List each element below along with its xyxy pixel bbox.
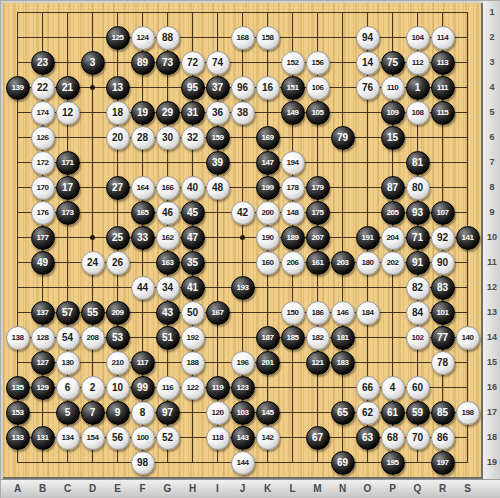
stone-Q16-move-60: 60 <box>406 376 430 400</box>
column-label-Q: Q <box>408 483 428 494</box>
stone-A4-move-139: 139 <box>6 76 30 100</box>
row-coordinate-strip: 12345678910111213141516171819 <box>483 1 500 479</box>
stone-S17-move-198: 198 <box>456 401 480 425</box>
row-label-14: 14 <box>483 332 500 342</box>
stone-K14-move-187: 187 <box>256 326 280 350</box>
stone-O17-move-62: 62 <box>356 401 380 425</box>
stone-J4-move-96: 96 <box>231 76 255 100</box>
stone-H6-move-32: 32 <box>181 126 205 150</box>
stone-I13-move-167: 167 <box>206 301 230 325</box>
stone-L10-move-189: 189 <box>281 226 305 250</box>
stone-N14-move-181: 181 <box>331 326 355 350</box>
stone-O18-move-63: 63 <box>356 426 380 450</box>
stone-grid: 1234567891012131415161718192021222324252… <box>5 0 480 475</box>
column-label-K: K <box>258 483 278 494</box>
stone-C8-move-17: 17 <box>56 176 80 200</box>
stone-H5-move-31: 31 <box>181 101 205 125</box>
stone-O4-move-76: 76 <box>356 76 380 100</box>
stone-D3-move-3: 3 <box>81 51 105 75</box>
stone-R17-move-85: 85 <box>431 401 455 425</box>
stone-F9-move-165: 165 <box>131 201 155 225</box>
stone-H9-move-45: 45 <box>181 201 205 225</box>
stone-D13-move-55: 55 <box>81 301 105 325</box>
stone-P8-move-87: 87 <box>381 176 405 200</box>
stone-D16-move-2: 2 <box>81 376 105 400</box>
stone-I16-move-119: 119 <box>206 376 230 400</box>
stone-G12-move-34: 34 <box>156 276 180 300</box>
stone-O3-move-14: 14 <box>356 51 380 75</box>
stone-R3-move-113: 113 <box>431 51 455 75</box>
stone-B4-move-22: 22 <box>31 76 55 100</box>
row-label-11: 11 <box>483 257 500 267</box>
stone-R10-move-92: 92 <box>431 226 455 250</box>
stone-P11-move-202: 202 <box>381 251 405 275</box>
stone-G11-move-163: 163 <box>156 251 180 275</box>
stone-G9-move-46: 46 <box>156 201 180 225</box>
stone-I3-move-74: 74 <box>206 51 230 75</box>
stone-G8-move-166: 166 <box>156 176 180 200</box>
stone-C4-move-21: 21 <box>56 76 80 100</box>
row-label-19: 19 <box>483 457 500 467</box>
column-label-C: C <box>58 483 78 494</box>
stone-P6-move-15: 15 <box>381 126 405 150</box>
stone-I18-move-118: 118 <box>206 426 230 450</box>
stone-M18-move-67: 67 <box>306 426 330 450</box>
stone-K17-move-145: 145 <box>256 401 280 425</box>
stone-M15-move-121: 121 <box>306 351 330 375</box>
stone-P16-move-4: 4 <box>381 376 405 400</box>
stone-L11-move-206: 206 <box>281 251 305 275</box>
stone-C16-move-6: 6 <box>56 376 80 400</box>
row-label-13: 13 <box>483 307 500 317</box>
go-kifu-diagram: 1234567891012131415161718192021222324252… <box>0 0 500 498</box>
row-label-3: 3 <box>483 57 500 67</box>
stone-P9-move-205: 205 <box>381 201 405 225</box>
stone-P5-move-109: 109 <box>381 101 405 125</box>
stone-F12-move-44: 44 <box>131 276 155 300</box>
stone-M11-move-161: 161 <box>306 251 330 275</box>
stone-B14-move-128: 128 <box>31 326 55 350</box>
stone-N19-move-69: 69 <box>331 451 355 475</box>
stone-R12-move-83: 83 <box>431 276 455 300</box>
stone-H16-move-122: 122 <box>181 376 205 400</box>
row-label-5: 5 <box>483 107 500 117</box>
stone-M14-move-182: 182 <box>306 326 330 350</box>
stone-P19-move-195: 195 <box>381 451 405 475</box>
stone-E16-move-10: 10 <box>106 376 130 400</box>
stone-O2-move-94: 94 <box>356 26 380 50</box>
stone-H11-move-35: 35 <box>181 251 205 275</box>
column-label-G: G <box>158 483 178 494</box>
stone-S10-move-141: 141 <box>456 226 480 250</box>
stone-R9-move-107: 107 <box>431 201 455 225</box>
stone-Q3-move-112: 112 <box>406 51 430 75</box>
stone-I5-move-36: 36 <box>206 101 230 125</box>
stone-R11-move-90: 90 <box>431 251 455 275</box>
stone-S14-move-140: 140 <box>456 326 480 350</box>
stone-C13-move-57: 57 <box>56 301 80 325</box>
stone-B16-move-129: 129 <box>31 376 55 400</box>
row-label-4: 4 <box>483 82 500 92</box>
stone-K7-move-147: 147 <box>256 151 280 175</box>
stone-H3-move-72: 72 <box>181 51 205 75</box>
stone-G17-move-97: 97 <box>156 401 180 425</box>
stone-H8-move-40: 40 <box>181 176 205 200</box>
stone-F18-move-100: 100 <box>131 426 155 450</box>
stone-D17-move-7: 7 <box>81 401 105 425</box>
stone-F19-move-98: 98 <box>131 451 155 475</box>
stone-D14-move-208: 208 <box>81 326 105 350</box>
stone-E14-move-53: 53 <box>106 326 130 350</box>
stone-E15-move-210: 210 <box>106 351 130 375</box>
stone-G14-move-51: 51 <box>156 326 180 350</box>
stone-L9-move-148: 148 <box>281 201 305 225</box>
stone-E4-move-13: 13 <box>106 76 130 100</box>
column-label-M: M <box>308 483 328 494</box>
stone-R4-move-111: 111 <box>431 76 455 100</box>
stone-K9-move-200: 200 <box>256 201 280 225</box>
stone-F6-move-28: 28 <box>131 126 155 150</box>
stone-J9-move-42: 42 <box>231 201 255 225</box>
stone-M10-move-207: 207 <box>306 226 330 250</box>
stone-C5-move-12: 12 <box>56 101 80 125</box>
stone-K4-move-16: 16 <box>256 76 280 100</box>
stone-B3-move-23: 23 <box>31 51 55 75</box>
stone-M3-move-156: 156 <box>306 51 330 75</box>
stone-Q7-move-81: 81 <box>406 151 430 175</box>
column-label-N: N <box>333 483 353 494</box>
stone-E6-move-20: 20 <box>106 126 130 150</box>
stone-Q5-move-108: 108 <box>406 101 430 125</box>
stone-H12-move-41: 41 <box>181 276 205 300</box>
stone-L3-move-152: 152 <box>281 51 305 75</box>
stone-J16-move-123: 123 <box>231 376 255 400</box>
stone-Q2-move-104: 104 <box>406 26 430 50</box>
stone-M8-move-179: 179 <box>306 176 330 200</box>
column-label-A: A <box>8 483 28 494</box>
row-label-2: 2 <box>483 32 500 42</box>
row-label-6: 6 <box>483 132 500 142</box>
stone-P3-move-75: 75 <box>381 51 405 75</box>
stone-I17-move-120: 120 <box>206 401 230 425</box>
stone-L4-move-151: 151 <box>281 76 305 100</box>
stone-O10-move-191: 191 <box>356 226 380 250</box>
stone-I8-move-48: 48 <box>206 176 230 200</box>
stone-C9-move-173: 173 <box>56 201 80 225</box>
column-label-F: F <box>133 483 153 494</box>
stone-F10-move-33: 33 <box>131 226 155 250</box>
stone-B9-move-176: 176 <box>31 201 55 225</box>
stone-N6-move-79: 79 <box>331 126 355 150</box>
stone-G2-move-88: 88 <box>156 26 180 50</box>
stone-R19-move-197: 197 <box>431 451 455 475</box>
stone-E5-move-18: 18 <box>106 101 130 125</box>
stone-K8-move-199: 199 <box>256 176 280 200</box>
stone-B15-move-127: 127 <box>31 351 55 375</box>
stone-G16-move-116: 116 <box>156 376 180 400</box>
stone-C15-move-130: 130 <box>56 351 80 375</box>
stone-R14-move-77: 77 <box>431 326 455 350</box>
stone-N15-move-183: 183 <box>331 351 355 375</box>
row-label-16: 16 <box>483 382 500 392</box>
stone-B8-move-170: 170 <box>31 176 55 200</box>
stone-Q14-move-102: 102 <box>406 326 430 350</box>
stone-E10-move-25: 25 <box>106 226 130 250</box>
stone-L5-move-149: 149 <box>281 101 305 125</box>
column-label-L: L <box>283 483 303 494</box>
stone-Q9-move-93: 93 <box>406 201 430 225</box>
stone-R15-move-78: 78 <box>431 351 455 375</box>
stone-R2-move-114: 114 <box>431 26 455 50</box>
column-label-P: P <box>383 483 403 494</box>
stone-H13-move-50: 50 <box>181 301 205 325</box>
column-label-B: B <box>33 483 53 494</box>
stone-Q8-move-80: 80 <box>406 176 430 200</box>
row-label-8: 8 <box>483 182 500 192</box>
stone-H14-move-192: 192 <box>181 326 205 350</box>
stone-Q18-move-70: 70 <box>406 426 430 450</box>
stone-C17-move-5: 5 <box>56 401 80 425</box>
stone-O13-move-184: 184 <box>356 301 380 325</box>
stone-F2-move-124: 124 <box>131 26 155 50</box>
stone-R18-move-86: 86 <box>431 426 455 450</box>
row-label-12: 12 <box>483 282 500 292</box>
stone-P4-move-110: 110 <box>381 76 405 100</box>
stone-R13-move-101: 101 <box>431 301 455 325</box>
stone-L13-move-150: 150 <box>281 301 305 325</box>
stone-C18-move-134: 134 <box>56 426 80 450</box>
row-label-15: 15 <box>483 357 500 367</box>
stone-B18-move-131: 131 <box>31 426 55 450</box>
stone-L7-move-194: 194 <box>281 151 305 175</box>
column-coordinate-strip: ABCDEFGHIJKLMNOPQRS <box>1 479 500 498</box>
column-label-O: O <box>358 483 378 494</box>
stone-P10-move-204: 204 <box>381 226 405 250</box>
stone-B5-move-174: 174 <box>31 101 55 125</box>
stone-E13-move-209: 209 <box>106 301 130 325</box>
stone-Q11-move-91: 91 <box>406 251 430 275</box>
stone-M13-move-186: 186 <box>306 301 330 325</box>
stone-F15-move-117: 117 <box>131 351 155 375</box>
stone-J2-move-168: 168 <box>231 26 255 50</box>
stone-M5-move-105: 105 <box>306 101 330 125</box>
stone-E11-move-26: 26 <box>106 251 130 275</box>
stone-E17-move-9: 9 <box>106 401 130 425</box>
stone-C7-move-171: 171 <box>56 151 80 175</box>
stone-P17-move-61: 61 <box>381 401 405 425</box>
stone-I4-move-37: 37 <box>206 76 230 100</box>
stone-L14-move-185: 185 <box>281 326 305 350</box>
stone-B7-move-172: 172 <box>31 151 55 175</box>
stone-R5-move-115: 115 <box>431 101 455 125</box>
stone-I6-move-159: 159 <box>206 126 230 150</box>
stone-H4-move-95: 95 <box>181 76 205 100</box>
stone-H15-move-188: 188 <box>181 351 205 375</box>
stone-N13-move-146: 146 <box>331 301 355 325</box>
stone-B13-move-137: 137 <box>31 301 55 325</box>
stone-O16-move-66: 66 <box>356 376 380 400</box>
stone-Q17-move-59: 59 <box>406 401 430 425</box>
stone-K2-move-158: 158 <box>256 26 280 50</box>
stone-A14-move-138: 138 <box>6 326 30 350</box>
stone-Q10-move-71: 71 <box>406 226 430 250</box>
stone-C14-move-54: 54 <box>56 326 80 350</box>
stone-N11-move-203: 203 <box>331 251 355 275</box>
stone-J12-move-193: 193 <box>231 276 255 300</box>
stone-F8-move-164: 164 <box>131 176 155 200</box>
stone-Q12-move-82: 82 <box>406 276 430 300</box>
stone-G6-move-30: 30 <box>156 126 180 150</box>
stone-P18-move-68: 68 <box>381 426 405 450</box>
stone-F17-move-8: 8 <box>131 401 155 425</box>
stone-K18-move-142: 142 <box>256 426 280 450</box>
stone-K6-move-169: 169 <box>256 126 280 150</box>
stone-F16-move-99: 99 <box>131 376 155 400</box>
stone-G3-move-73: 73 <box>156 51 180 75</box>
stone-J5-move-38: 38 <box>231 101 255 125</box>
stone-O11-move-180: 180 <box>356 251 380 275</box>
column-label-R: R <box>433 483 453 494</box>
stone-D11-move-24: 24 <box>81 251 105 275</box>
stone-B6-move-126: 126 <box>31 126 55 150</box>
stone-H10-move-47: 47 <box>181 226 205 250</box>
stone-G10-move-162: 162 <box>156 226 180 250</box>
stone-M9-move-175: 175 <box>306 201 330 225</box>
stone-E2-move-125: 125 <box>106 26 130 50</box>
stone-E18-move-56: 56 <box>106 426 130 450</box>
row-label-1: 1 <box>483 7 500 17</box>
stone-D18-move-154: 154 <box>81 426 105 450</box>
column-label-H: H <box>183 483 203 494</box>
stone-B11-move-49: 49 <box>31 251 55 275</box>
stone-J15-move-196: 196 <box>231 351 255 375</box>
stone-J19-move-144: 144 <box>231 451 255 475</box>
row-label-10: 10 <box>483 232 500 242</box>
stone-M4-move-106: 106 <box>306 76 330 100</box>
goban[interactable]: 1234567891012131415161718192021222324252… <box>3 3 483 479</box>
stone-E8-move-27: 27 <box>106 176 130 200</box>
row-label-18: 18 <box>483 432 500 442</box>
column-label-D: D <box>83 483 103 494</box>
row-label-9: 9 <box>483 207 500 217</box>
stone-I7-move-39: 39 <box>206 151 230 175</box>
stone-Q13-move-84: 84 <box>406 301 430 325</box>
stone-N17-move-65: 65 <box>331 401 355 425</box>
stone-F5-move-19: 19 <box>131 101 155 125</box>
stone-A17-move-153: 153 <box>6 401 30 425</box>
column-label-E: E <box>108 483 128 494</box>
stone-J17-move-103: 103 <box>231 401 255 425</box>
stone-J18-move-143: 143 <box>231 426 255 450</box>
stone-G18-move-52: 52 <box>156 426 180 450</box>
stone-B10-move-177: 177 <box>31 226 55 250</box>
stone-F3-move-89: 89 <box>131 51 155 75</box>
stone-A16-move-135: 135 <box>6 376 30 400</box>
row-label-7: 7 <box>483 157 500 167</box>
stone-K15-move-201: 201 <box>256 351 280 375</box>
column-label-I: I <box>208 483 228 494</box>
stone-A18-move-133: 133 <box>6 426 30 450</box>
row-label-17: 17 <box>483 407 500 417</box>
column-label-S: S <box>458 483 478 494</box>
stone-K11-move-160: 160 <box>256 251 280 275</box>
stone-K10-move-190: 190 <box>256 226 280 250</box>
column-label-J: J <box>233 483 253 494</box>
stone-G13-move-43: 43 <box>156 301 180 325</box>
stone-L8-move-178: 178 <box>281 176 305 200</box>
stone-Q4-move-1: 1 <box>406 76 430 100</box>
stone-G5-move-29: 29 <box>156 101 180 125</box>
